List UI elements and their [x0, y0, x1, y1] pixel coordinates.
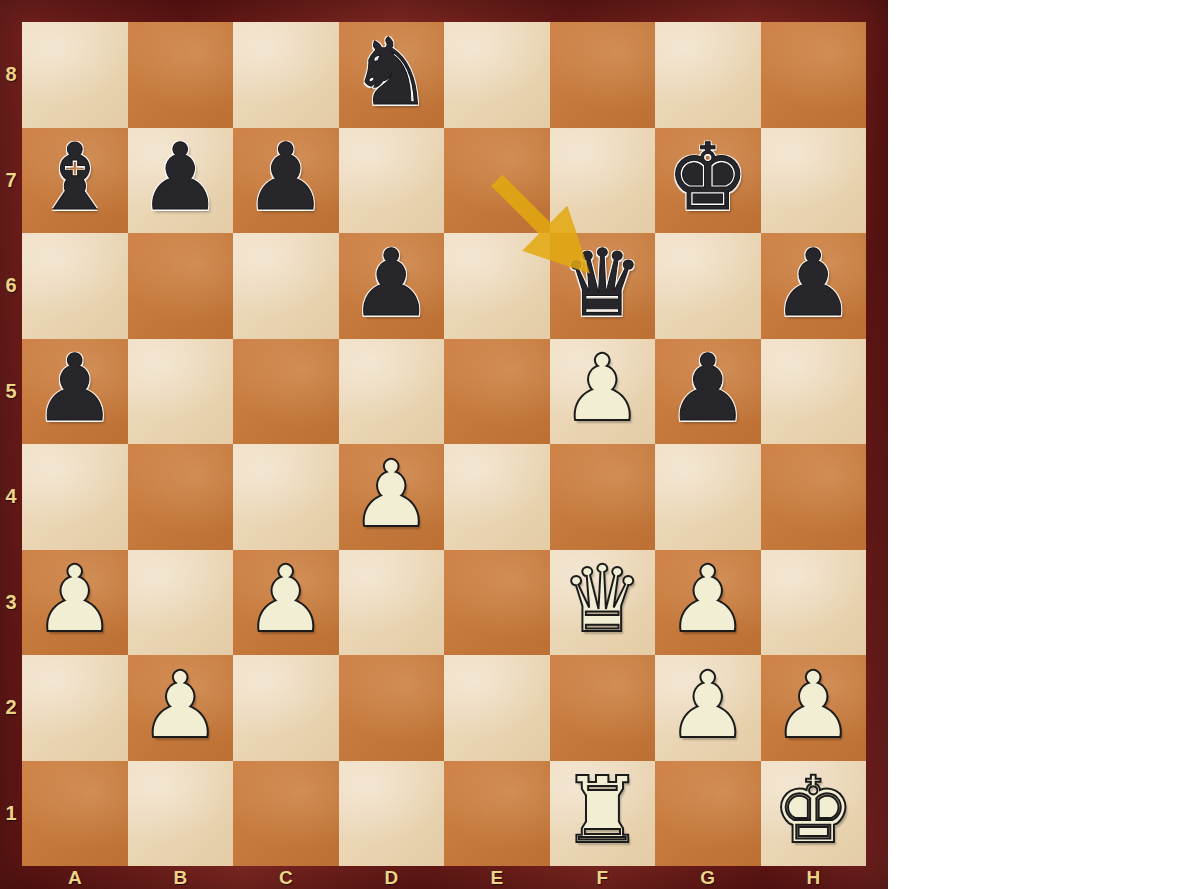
square-d6[interactable]: ♟ — [339, 233, 445, 339]
square-c6[interactable] — [233, 233, 339, 339]
square-a7[interactable]: ♝ — [22, 128, 128, 234]
square-b4[interactable] — [128, 444, 234, 550]
square-f5[interactable]: ♟ — [550, 339, 656, 445]
square-a8[interactable] — [22, 22, 128, 128]
square-g7[interactable]: ♚ — [655, 128, 761, 234]
file-label-d: D — [339, 866, 445, 889]
white-queen-f3[interactable]: ♛ — [561, 554, 643, 646]
square-c5[interactable] — [233, 339, 339, 445]
board-squares: ♞♝♟♟♚♟♛♟♟♟♟♟♟♟♛♟♟♟♟♜♚ — [22, 22, 866, 866]
square-g4[interactable] — [655, 444, 761, 550]
square-b2[interactable]: ♟ — [128, 655, 234, 761]
square-a6[interactable] — [22, 233, 128, 339]
rank-label-1: 1 — [0, 761, 22, 867]
square-e6[interactable] — [444, 233, 550, 339]
square-c3[interactable]: ♟ — [233, 550, 339, 656]
square-d5[interactable] — [339, 339, 445, 445]
square-a1[interactable] — [22, 761, 128, 867]
rank-label-5: 5 — [0, 339, 22, 445]
rank-label-8: 8 — [0, 22, 22, 128]
square-a2[interactable] — [22, 655, 128, 761]
square-f4[interactable] — [550, 444, 656, 550]
square-g8[interactable] — [655, 22, 761, 128]
square-h8[interactable] — [761, 22, 867, 128]
square-d4[interactable]: ♟ — [339, 444, 445, 550]
white-pawn-h2[interactable]: ♟ — [772, 660, 854, 752]
chess-board: ♞♝♟♟♚♟♛♟♟♟♟♟♟♟♛♟♟♟♟♜♚ 87654321 ABCDEFGH — [0, 0, 888, 889]
square-e1[interactable] — [444, 761, 550, 867]
square-d2[interactable] — [339, 655, 445, 761]
rank-label-7: 7 — [0, 128, 22, 234]
square-b1[interactable] — [128, 761, 234, 867]
file-label-f: F — [550, 866, 656, 889]
white-pawn-b2[interactable]: ♟ — [139, 660, 221, 752]
square-e2[interactable] — [444, 655, 550, 761]
square-f1[interactable]: ♜ — [550, 761, 656, 867]
square-c2[interactable] — [233, 655, 339, 761]
white-pawn-c3[interactable]: ♟ — [245, 554, 327, 646]
black-pawn-h6[interactable]: ♟ — [772, 238, 854, 330]
square-a3[interactable]: ♟ — [22, 550, 128, 656]
square-h4[interactable] — [761, 444, 867, 550]
black-knight-d8[interactable]: ♞ — [350, 27, 432, 119]
square-d7[interactable] — [339, 128, 445, 234]
square-e7[interactable] — [444, 128, 550, 234]
square-h2[interactable]: ♟ — [761, 655, 867, 761]
square-f8[interactable] — [550, 22, 656, 128]
square-b3[interactable] — [128, 550, 234, 656]
square-h1[interactable]: ♚ — [761, 761, 867, 867]
file-label-g: G — [655, 866, 761, 889]
square-e8[interactable] — [444, 22, 550, 128]
white-pawn-a3[interactable]: ♟ — [34, 554, 116, 646]
rank-label-6: 6 — [0, 233, 22, 339]
black-pawn-d6[interactable]: ♟ — [350, 238, 432, 330]
rank-label-4: 4 — [0, 444, 22, 550]
rank-label-3: 3 — [0, 550, 22, 656]
square-f3[interactable]: ♛ — [550, 550, 656, 656]
square-c8[interactable] — [233, 22, 339, 128]
square-d1[interactable] — [339, 761, 445, 867]
square-h5[interactable] — [761, 339, 867, 445]
file-label-b: B — [128, 866, 234, 889]
square-g1[interactable] — [655, 761, 761, 867]
square-f6[interactable]: ♛ — [550, 233, 656, 339]
square-g5[interactable]: ♟ — [655, 339, 761, 445]
square-g6[interactable] — [655, 233, 761, 339]
white-rook-f1[interactable]: ♜ — [561, 765, 643, 857]
black-king-g7[interactable]: ♚ — [667, 132, 749, 224]
square-f7[interactable] — [550, 128, 656, 234]
square-b5[interactable] — [128, 339, 234, 445]
black-pawn-g5[interactable]: ♟ — [667, 343, 749, 435]
white-pawn-g3[interactable]: ♟ — [667, 554, 749, 646]
file-label-a: A — [22, 866, 128, 889]
square-c7[interactable]: ♟ — [233, 128, 339, 234]
square-g3[interactable]: ♟ — [655, 550, 761, 656]
square-e3[interactable] — [444, 550, 550, 656]
square-b6[interactable] — [128, 233, 234, 339]
square-a5[interactable]: ♟ — [22, 339, 128, 445]
file-label-c: C — [233, 866, 339, 889]
file-label-e: E — [444, 866, 550, 889]
square-a4[interactable] — [22, 444, 128, 550]
white-pawn-d4[interactable]: ♟ — [350, 449, 432, 541]
white-king-h1[interactable]: ♚ — [772, 765, 854, 857]
black-pawn-b7[interactable]: ♟ — [139, 132, 221, 224]
square-h3[interactable] — [761, 550, 867, 656]
white-pawn-g2[interactable]: ♟ — [667, 660, 749, 752]
square-e5[interactable] — [444, 339, 550, 445]
file-label-h: H — [761, 866, 867, 889]
square-b8[interactable] — [128, 22, 234, 128]
square-e4[interactable] — [444, 444, 550, 550]
black-pawn-c7[interactable]: ♟ — [245, 132, 327, 224]
square-f2[interactable] — [550, 655, 656, 761]
square-g2[interactable]: ♟ — [655, 655, 761, 761]
square-d8[interactable]: ♞ — [339, 22, 445, 128]
square-c1[interactable] — [233, 761, 339, 867]
square-b7[interactable]: ♟ — [128, 128, 234, 234]
square-c4[interactable] — [233, 444, 339, 550]
black-pawn-a5[interactable]: ♟ — [34, 343, 116, 435]
square-d3[interactable] — [339, 550, 445, 656]
white-pawn-f5[interactable]: ♟ — [561, 343, 643, 435]
black-bishop-a7[interactable]: ♝ — [34, 132, 116, 224]
rank-label-2: 2 — [0, 655, 22, 761]
square-h7[interactable] — [761, 128, 867, 234]
black-queen-f6[interactable]: ♛ — [561, 238, 643, 330]
square-h6[interactable]: ♟ — [761, 233, 867, 339]
